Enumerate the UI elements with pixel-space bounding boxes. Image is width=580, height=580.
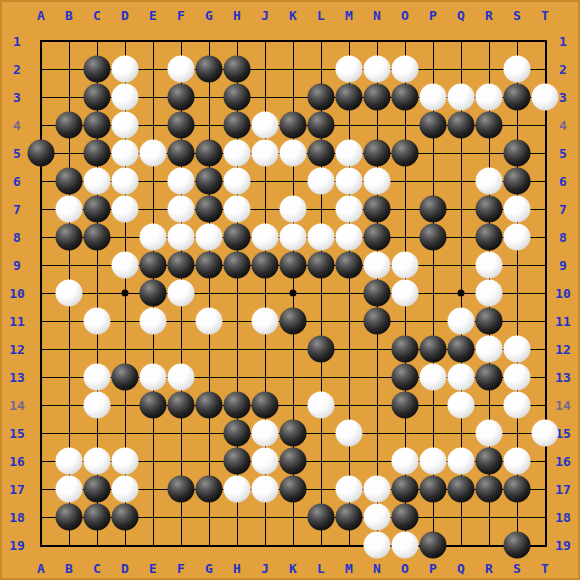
row-label-left-15: 15 bbox=[9, 426, 25, 441]
stone-white-C14[interactable] bbox=[84, 392, 111, 419]
stone-white-D2[interactable] bbox=[112, 56, 139, 83]
stone-white-J17[interactable] bbox=[252, 476, 279, 503]
stone-black-N5[interactable] bbox=[364, 140, 391, 167]
col-label-top-G: G bbox=[205, 8, 213, 23]
stone-black-C18[interactable] bbox=[84, 504, 111, 531]
stone-white-M15[interactable] bbox=[336, 420, 363, 447]
stone-black-R4[interactable] bbox=[476, 112, 503, 139]
stone-white-F8[interactable] bbox=[168, 224, 195, 251]
stone-white-F2[interactable] bbox=[168, 56, 195, 83]
row-label-right-13: 13 bbox=[555, 370, 571, 385]
stone-white-L14[interactable] bbox=[308, 392, 335, 419]
stone-white-S7[interactable] bbox=[504, 196, 531, 223]
col-label-top-E: E bbox=[149, 8, 157, 23]
row-label-right-4: 4 bbox=[559, 118, 567, 133]
stone-black-G2[interactable] bbox=[196, 56, 223, 83]
go-board[interactable]: AABBCCDDEEFFGGHHJJKKLLMMNNOOPPQQRRSSTT11… bbox=[0, 0, 580, 580]
stone-white-M7[interactable] bbox=[336, 196, 363, 223]
stone-white-H7[interactable] bbox=[224, 196, 251, 223]
stone-black-B4[interactable] bbox=[56, 112, 83, 139]
stone-white-S2[interactable] bbox=[504, 56, 531, 83]
stone-black-R8[interactable] bbox=[476, 224, 503, 251]
stone-white-M2[interactable] bbox=[336, 56, 363, 83]
stone-black-F9[interactable] bbox=[168, 252, 195, 279]
stone-black-C17[interactable] bbox=[84, 476, 111, 503]
row-label-right-2: 2 bbox=[559, 62, 567, 77]
col-label-bottom-M: M bbox=[345, 561, 353, 576]
col-label-bottom-Q: Q bbox=[457, 561, 465, 576]
stone-white-O2[interactable] bbox=[392, 56, 419, 83]
row-label-right-11: 11 bbox=[555, 314, 571, 329]
stone-white-J5[interactable] bbox=[252, 140, 279, 167]
stone-black-S3[interactable] bbox=[504, 84, 531, 111]
stone-white-B17[interactable] bbox=[56, 476, 83, 503]
row-label-left-16: 16 bbox=[9, 454, 25, 469]
stone-black-M3[interactable] bbox=[336, 84, 363, 111]
stone-white-N17[interactable] bbox=[364, 476, 391, 503]
stone-white-K5[interactable] bbox=[280, 140, 307, 167]
stone-black-K15[interactable] bbox=[280, 420, 307, 447]
col-label-bottom-B: B bbox=[65, 561, 73, 576]
stone-white-D9[interactable] bbox=[112, 252, 139, 279]
stone-white-N19[interactable] bbox=[364, 532, 391, 559]
stone-black-Q4[interactable] bbox=[448, 112, 475, 139]
stone-white-Q13[interactable] bbox=[448, 364, 475, 391]
stone-black-K17[interactable] bbox=[280, 476, 307, 503]
stone-white-S12[interactable] bbox=[504, 336, 531, 363]
stone-black-M9[interactable] bbox=[336, 252, 363, 279]
col-label-bottom-K: K bbox=[289, 561, 297, 576]
stone-white-R3[interactable] bbox=[476, 84, 503, 111]
col-label-top-P: P bbox=[429, 8, 437, 23]
stone-white-O9[interactable] bbox=[392, 252, 419, 279]
stone-white-M8[interactable] bbox=[336, 224, 363, 251]
col-label-bottom-A: A bbox=[37, 561, 45, 576]
stone-black-S5[interactable] bbox=[504, 140, 531, 167]
stone-white-H5[interactable] bbox=[224, 140, 251, 167]
stone-black-H8[interactable] bbox=[224, 224, 251, 251]
stone-white-K7[interactable] bbox=[280, 196, 307, 223]
stone-black-D18[interactable] bbox=[112, 504, 139, 531]
row-label-right-7: 7 bbox=[559, 202, 567, 217]
row-label-right-12: 12 bbox=[555, 342, 571, 357]
col-label-top-J: J bbox=[261, 8, 269, 23]
row-label-right-14: 14 bbox=[555, 398, 571, 413]
stone-white-F13[interactable] bbox=[168, 364, 195, 391]
stone-black-S17[interactable] bbox=[504, 476, 531, 503]
row-label-left-4: 4 bbox=[13, 118, 21, 133]
stone-white-G11[interactable] bbox=[196, 308, 223, 335]
stone-white-K8[interactable] bbox=[280, 224, 307, 251]
stone-white-R10[interactable] bbox=[476, 280, 503, 307]
row-label-left-3: 3 bbox=[13, 90, 21, 105]
stone-white-Q14[interactable] bbox=[448, 392, 475, 419]
stone-black-D13[interactable] bbox=[112, 364, 139, 391]
stone-black-P7[interactable] bbox=[420, 196, 447, 223]
stone-white-C13[interactable] bbox=[84, 364, 111, 391]
stone-black-G17[interactable] bbox=[196, 476, 223, 503]
stone-white-J8[interactable] bbox=[252, 224, 279, 251]
stone-black-P8[interactable] bbox=[420, 224, 447, 251]
stone-white-J11[interactable] bbox=[252, 308, 279, 335]
stone-white-J15[interactable] bbox=[252, 420, 279, 447]
stone-black-O12[interactable] bbox=[392, 336, 419, 363]
stone-black-C2[interactable] bbox=[84, 56, 111, 83]
stone-black-N7[interactable] bbox=[364, 196, 391, 223]
stone-black-H2[interactable] bbox=[224, 56, 251, 83]
stone-white-N9[interactable] bbox=[364, 252, 391, 279]
stone-black-C5[interactable] bbox=[84, 140, 111, 167]
stone-white-M17[interactable] bbox=[336, 476, 363, 503]
col-label-top-S: S bbox=[513, 8, 521, 23]
stone-black-G7[interactable] bbox=[196, 196, 223, 223]
stone-black-B6[interactable] bbox=[56, 168, 83, 195]
stone-black-N10[interactable] bbox=[364, 280, 391, 307]
stone-white-N6[interactable] bbox=[364, 168, 391, 195]
col-label-top-A: A bbox=[37, 8, 45, 23]
stone-white-N18[interactable] bbox=[364, 504, 391, 531]
row-label-left-13: 13 bbox=[9, 370, 25, 385]
stone-white-O10[interactable] bbox=[392, 280, 419, 307]
row-label-right-5: 5 bbox=[559, 146, 567, 161]
stone-black-J14[interactable] bbox=[252, 392, 279, 419]
stone-black-P19[interactable] bbox=[420, 532, 447, 559]
star-point-Q10 bbox=[458, 290, 465, 297]
stone-white-T3[interactable] bbox=[532, 84, 559, 111]
star-point-D10 bbox=[122, 290, 129, 297]
row-label-left-6: 6 bbox=[13, 174, 21, 189]
stone-black-G6[interactable] bbox=[196, 168, 223, 195]
row-label-right-3: 3 bbox=[559, 90, 567, 105]
stone-white-H6[interactable] bbox=[224, 168, 251, 195]
col-label-top-O: O bbox=[401, 8, 409, 23]
stone-white-O16[interactable] bbox=[392, 448, 419, 475]
stone-black-B18[interactable] bbox=[56, 504, 83, 531]
col-label-top-M: M bbox=[345, 8, 353, 23]
stone-white-L6[interactable] bbox=[308, 168, 335, 195]
stone-black-H9[interactable] bbox=[224, 252, 251, 279]
stone-black-C3[interactable] bbox=[84, 84, 111, 111]
col-label-bottom-S: S bbox=[513, 561, 521, 576]
stone-black-G5[interactable] bbox=[196, 140, 223, 167]
stone-black-L12[interactable] bbox=[308, 336, 335, 363]
stone-black-O18[interactable] bbox=[392, 504, 419, 531]
row-label-left-17: 17 bbox=[9, 482, 25, 497]
stone-black-S19[interactable] bbox=[504, 532, 531, 559]
col-label-bottom-O: O bbox=[401, 561, 409, 576]
stone-white-S8[interactable] bbox=[504, 224, 531, 251]
stone-white-G8[interactable] bbox=[196, 224, 223, 251]
stone-black-K9[interactable] bbox=[280, 252, 307, 279]
stone-white-P16[interactable] bbox=[420, 448, 447, 475]
col-label-top-B: B bbox=[65, 8, 73, 23]
stone-white-Q16[interactable] bbox=[448, 448, 475, 475]
row-label-right-19: 19 bbox=[555, 538, 571, 553]
stone-black-P17[interactable] bbox=[420, 476, 447, 503]
stone-white-E11[interactable] bbox=[140, 308, 167, 335]
stone-white-N2[interactable] bbox=[364, 56, 391, 83]
stone-black-K16[interactable] bbox=[280, 448, 307, 475]
stone-black-E9[interactable] bbox=[140, 252, 167, 279]
row-label-left-5: 5 bbox=[13, 146, 21, 161]
stone-black-C8[interactable] bbox=[84, 224, 111, 251]
row-label-right-1: 1 bbox=[559, 34, 567, 49]
stone-black-L3[interactable] bbox=[308, 84, 335, 111]
row-label-left-10: 10 bbox=[9, 286, 25, 301]
stone-black-K11[interactable] bbox=[280, 308, 307, 335]
stone-white-M6[interactable] bbox=[336, 168, 363, 195]
stone-black-H15[interactable] bbox=[224, 420, 251, 447]
stone-black-L18[interactable] bbox=[308, 504, 335, 531]
stone-white-R15[interactable] bbox=[476, 420, 503, 447]
stone-black-M18[interactable] bbox=[336, 504, 363, 531]
row-label-right-8: 8 bbox=[559, 230, 567, 245]
row-label-left-1: 1 bbox=[13, 34, 21, 49]
row-label-left-9: 9 bbox=[13, 258, 21, 273]
stone-white-H17[interactable] bbox=[224, 476, 251, 503]
row-label-right-17: 17 bbox=[555, 482, 571, 497]
stone-white-R12[interactable] bbox=[476, 336, 503, 363]
col-label-top-T: T bbox=[541, 8, 549, 23]
stone-black-O13[interactable] bbox=[392, 364, 419, 391]
row-label-right-10: 10 bbox=[555, 286, 571, 301]
col-label-bottom-E: E bbox=[149, 561, 157, 576]
stone-black-C7[interactable] bbox=[84, 196, 111, 223]
stone-black-R11[interactable] bbox=[476, 308, 503, 335]
stone-white-S13[interactable] bbox=[504, 364, 531, 391]
stone-white-J4[interactable] bbox=[252, 112, 279, 139]
stone-black-H4[interactable] bbox=[224, 112, 251, 139]
stone-white-F10[interactable] bbox=[168, 280, 195, 307]
stone-black-E10[interactable] bbox=[140, 280, 167, 307]
row-label-right-16: 16 bbox=[555, 454, 571, 469]
col-label-top-F: F bbox=[177, 8, 185, 23]
col-label-bottom-R: R bbox=[485, 561, 493, 576]
col-label-top-D: D bbox=[121, 8, 129, 23]
col-label-top-H: H bbox=[233, 8, 241, 23]
col-label-bottom-F: F bbox=[177, 561, 185, 576]
stone-white-R9[interactable] bbox=[476, 252, 503, 279]
stone-white-C11[interactable] bbox=[84, 308, 111, 335]
stone-black-F17[interactable] bbox=[168, 476, 195, 503]
stone-white-D3[interactable] bbox=[112, 84, 139, 111]
stone-white-D5[interactable] bbox=[112, 140, 139, 167]
col-label-top-C: C bbox=[93, 8, 101, 23]
stone-black-L9[interactable] bbox=[308, 252, 335, 279]
col-label-bottom-D: D bbox=[121, 561, 129, 576]
stone-white-M5[interactable] bbox=[336, 140, 363, 167]
stone-white-S16[interactable] bbox=[504, 448, 531, 475]
stone-white-D17[interactable] bbox=[112, 476, 139, 503]
stone-black-J9[interactable] bbox=[252, 252, 279, 279]
stone-black-N3[interactable] bbox=[364, 84, 391, 111]
col-label-top-Q: Q bbox=[457, 8, 465, 23]
stone-black-K4[interactable] bbox=[280, 112, 307, 139]
stone-black-B8[interactable] bbox=[56, 224, 83, 251]
stone-black-F4[interactable] bbox=[168, 112, 195, 139]
stone-white-P3[interactable] bbox=[420, 84, 447, 111]
stone-black-G14[interactable] bbox=[196, 392, 223, 419]
stone-black-F5[interactable] bbox=[168, 140, 195, 167]
row-label-right-9: 9 bbox=[559, 258, 567, 273]
stone-black-G9[interactable] bbox=[196, 252, 223, 279]
stone-black-Q17[interactable] bbox=[448, 476, 475, 503]
col-label-bottom-T: T bbox=[541, 561, 549, 576]
stone-black-F3[interactable] bbox=[168, 84, 195, 111]
col-label-top-N: N bbox=[373, 8, 381, 23]
stone-white-D6[interactable] bbox=[112, 168, 139, 195]
stone-white-B7[interactable] bbox=[56, 196, 83, 223]
col-label-bottom-P: P bbox=[429, 561, 437, 576]
col-label-top-L: L bbox=[317, 8, 325, 23]
stone-white-D4[interactable] bbox=[112, 112, 139, 139]
row-label-left-2: 2 bbox=[13, 62, 21, 77]
stone-black-R16[interactable] bbox=[476, 448, 503, 475]
stone-black-N11[interactable] bbox=[364, 308, 391, 335]
row-label-left-11: 11 bbox=[9, 314, 25, 329]
stone-black-H3[interactable] bbox=[224, 84, 251, 111]
stone-black-O14[interactable] bbox=[392, 392, 419, 419]
stone-white-Q11[interactable] bbox=[448, 308, 475, 335]
stone-black-F14[interactable] bbox=[168, 392, 195, 419]
stone-black-S6[interactable] bbox=[504, 168, 531, 195]
row-label-left-7: 7 bbox=[13, 202, 21, 217]
stone-white-O19[interactable] bbox=[392, 532, 419, 559]
stone-black-Q12[interactable] bbox=[448, 336, 475, 363]
stone-black-H14[interactable] bbox=[224, 392, 251, 419]
stone-black-P12[interactable] bbox=[420, 336, 447, 363]
stone-white-C16[interactable] bbox=[84, 448, 111, 475]
col-label-bottom-G: G bbox=[205, 561, 213, 576]
stone-black-O17[interactable] bbox=[392, 476, 419, 503]
stone-white-L8[interactable] bbox=[308, 224, 335, 251]
stone-white-E8[interactable] bbox=[140, 224, 167, 251]
stone-black-E14[interactable] bbox=[140, 392, 167, 419]
stone-white-B16[interactable] bbox=[56, 448, 83, 475]
row-label-left-8: 8 bbox=[13, 230, 21, 245]
stone-black-O3[interactable] bbox=[392, 84, 419, 111]
stone-black-O5[interactable] bbox=[392, 140, 419, 167]
row-label-left-19: 19 bbox=[9, 538, 25, 553]
stone-black-R17[interactable] bbox=[476, 476, 503, 503]
stone-white-F7[interactable] bbox=[168, 196, 195, 223]
stone-black-L4[interactable] bbox=[308, 112, 335, 139]
star-point-K10 bbox=[290, 290, 297, 297]
col-label-bottom-J: J bbox=[261, 561, 269, 576]
row-label-right-6: 6 bbox=[559, 174, 567, 189]
row-label-left-18: 18 bbox=[9, 510, 25, 525]
stone-white-S14[interactable] bbox=[504, 392, 531, 419]
row-label-left-12: 12 bbox=[9, 342, 25, 357]
col-label-bottom-N: N bbox=[373, 561, 381, 576]
stone-white-D16[interactable] bbox=[112, 448, 139, 475]
stone-white-T15[interactable] bbox=[532, 420, 559, 447]
col-label-bottom-L: L bbox=[317, 561, 325, 576]
stone-white-E5[interactable] bbox=[140, 140, 167, 167]
stone-white-C6[interactable] bbox=[84, 168, 111, 195]
col-label-top-K: K bbox=[289, 8, 297, 23]
stone-white-Q3[interactable] bbox=[448, 84, 475, 111]
stone-white-F6[interactable] bbox=[168, 168, 195, 195]
stone-black-A5[interactable] bbox=[28, 140, 55, 167]
stone-white-R6[interactable] bbox=[476, 168, 503, 195]
stone-white-B10[interactable] bbox=[56, 280, 83, 307]
stone-white-E13[interactable] bbox=[140, 364, 167, 391]
stone-black-C4[interactable] bbox=[84, 112, 111, 139]
stone-white-D7[interactable] bbox=[112, 196, 139, 223]
stone-white-P13[interactable] bbox=[420, 364, 447, 391]
stone-black-R7[interactable] bbox=[476, 196, 503, 223]
stone-black-R13[interactable] bbox=[476, 364, 503, 391]
col-label-bottom-H: H bbox=[233, 561, 241, 576]
stone-white-J16[interactable] bbox=[252, 448, 279, 475]
col-label-top-R: R bbox=[485, 8, 493, 23]
col-label-bottom-C: C bbox=[93, 561, 101, 576]
row-label-right-18: 18 bbox=[555, 510, 571, 525]
stone-black-L5[interactable] bbox=[308, 140, 335, 167]
stone-black-H16[interactable] bbox=[224, 448, 251, 475]
row-label-left-14: 14 bbox=[9, 398, 25, 413]
stone-black-N8[interactable] bbox=[364, 224, 391, 251]
stone-black-P4[interactable] bbox=[420, 112, 447, 139]
